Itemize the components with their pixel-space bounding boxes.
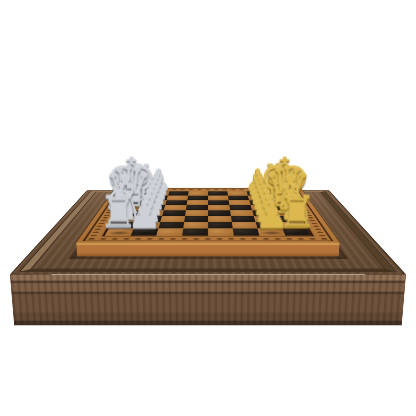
piece-white-rook[interactable]: ♜ (278, 190, 318, 234)
square-a4[interactable] (208, 229, 234, 236)
wood-frame-front (10, 274, 406, 325)
square-c5[interactable] (184, 216, 208, 222)
piece-black-pawn[interactable]: ♟ (127, 196, 161, 234)
square-a1[interactable]: ♜ (282, 229, 311, 236)
chess-set-photo: ♜♟♟♜♞♟♟♞♝♟♟♝♚♟♟♚♛♟♟♛♝♟♟♝♞♟♟♞♜♟♟♜ (0, 0, 416, 416)
leather-board-front-edge (76, 243, 339, 257)
square-d5[interactable] (185, 210, 208, 216)
square-d4[interactable] (208, 210, 231, 216)
chessboard: ♜♟♟♜♞♟♟♞♝♟♟♝♚♟♟♚♛♟♟♛♝♟♟♝♞♟♟♞♜♟♟♜ (10, 190, 406, 274)
square-a7[interactable]: ♟ (131, 229, 159, 236)
square-a5[interactable] (182, 229, 208, 236)
square-c4[interactable] (208, 216, 232, 222)
